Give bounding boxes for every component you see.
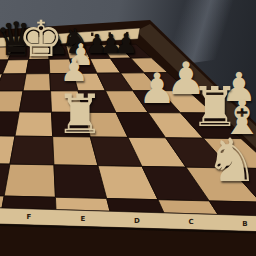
file-label-f: F (27, 213, 32, 221)
chess-photo: FEDCB ♟♟♟♟♞♛♚♟♟♟♟♟♜♝♜♞ (0, 0, 256, 256)
file-label-e: E (81, 215, 86, 223)
file-label-d: D (134, 217, 140, 225)
file-label-c: C (188, 218, 193, 226)
chess-board: FEDCB (0, 0, 256, 256)
file-label-b: B (242, 220, 247, 228)
